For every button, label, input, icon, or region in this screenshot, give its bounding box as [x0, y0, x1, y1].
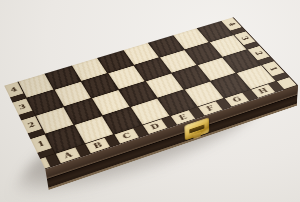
file-label-b-label: B	[92, 141, 104, 150]
chess-box: 44332211ABCDEFGH	[4, 17, 298, 169]
file-label-a-label: A	[63, 151, 74, 160]
file-label-e-label: E	[177, 113, 188, 121]
rank-label-right-1-label: 1	[267, 66, 279, 72]
file-label-f-label: F	[205, 104, 216, 112]
rank-label-right-3-label: 3	[239, 35, 250, 41]
file-label-h-label: H	[257, 87, 270, 95]
brass-clasp-icon	[184, 117, 209, 140]
rank-label-left-2-label: 2	[27, 121, 36, 129]
file-label-g-label: G	[231, 95, 243, 103]
photo-background: 44332211ABCDEFGH	[0, 0, 300, 202]
file-label-c-label: C	[121, 132, 132, 141]
perspective-wrapper: 44332211ABCDEFGH	[0, 0, 300, 202]
rank-label-left-3-label: 3	[18, 103, 27, 111]
clasp-hook	[193, 132, 201, 139]
rank-label-left-1-label: 1	[36, 139, 46, 148]
rank-label-right-2-label: 2	[253, 50, 264, 56]
file-label-d-label: D	[149, 122, 161, 131]
rank-label-left-4-label: 4	[9, 86, 18, 93]
rank-label-right-4-label: 4	[226, 21, 237, 26]
